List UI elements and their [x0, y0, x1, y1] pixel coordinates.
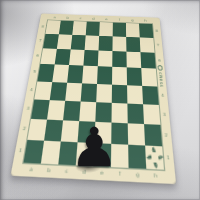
black-pawn: ♟: [70, 123, 106, 175]
black-pawn-glyph: ♟: [70, 116, 118, 179]
square-h7: [140, 38, 155, 53]
coord-label-3: 3: [159, 105, 170, 125]
coord-label-f: f: [113, 16, 126, 23]
coord-label-h: h: [139, 17, 152, 24]
coord-label-a: a: [21, 163, 41, 177]
square-h1: ♞♞♞♞: [145, 145, 164, 169]
coord-label-b: b: [61, 14, 75, 21]
square-g4: [127, 85, 143, 104]
square-f4: [112, 84, 128, 103]
coord-label-d: d: [87, 15, 100, 22]
square-e4: [96, 84, 112, 103]
square-h8: [139, 24, 153, 38]
square-h3: [143, 104, 160, 125]
square-g7: [126, 37, 140, 52]
knight-icon: ♞: [151, 161, 158, 169]
square-e6: [98, 51, 113, 67]
square-c6: [69, 50, 85, 66]
coord-label-b: b: [39, 164, 58, 178]
square-h6: [140, 52, 155, 69]
square-d6: [83, 50, 98, 66]
square-e8: [99, 22, 113, 36]
coord-label-2: 2: [160, 125, 172, 147]
square-h2: [144, 124, 162, 146]
square-g2: [128, 123, 145, 145]
square-f8: [113, 23, 127, 37]
square-f5: [112, 67, 127, 85]
brand-text: chess: [156, 65, 167, 98]
square-g3: [127, 103, 144, 124]
square-h4: [142, 85, 159, 104]
coord-label-g: g: [129, 168, 147, 183]
square-g5: [127, 68, 142, 86]
board-photo-scene: abcdefgh abcdefgh 87654321 87654321 ♞♞♞♞…: [0, 0, 200, 200]
square-g6: [126, 52, 141, 68]
four-knights-emblem: ♞♞♞♞: [145, 145, 164, 169]
square-h5: [141, 68, 157, 86]
square-d7: [85, 35, 100, 50]
square-g8: [126, 23, 140, 37]
brand-logo-icon: [157, 65, 163, 70]
square-c8: [72, 21, 86, 35]
square-e7: [98, 36, 112, 51]
coord-label-h: h: [146, 169, 165, 184]
coord-label-7: 7: [153, 38, 163, 53]
knight-icon: ♞: [156, 154, 163, 161]
coord-label-e: e: [100, 16, 113, 23]
square-d5: [82, 66, 98, 84]
knight-icon: ♞: [145, 153, 152, 160]
square-c4: [65, 82, 82, 101]
square-d8: [86, 22, 100, 36]
coord-label-c: c: [74, 15, 87, 22]
coord-label-8: 8: [152, 24, 161, 38]
square-e5: [97, 67, 112, 85]
knight-icon: ♞: [151, 146, 158, 154]
brand-text-label: chess: [158, 72, 164, 87]
square-d4: [81, 83, 97, 102]
square-c5: [67, 65, 83, 83]
square-f7: [112, 36, 126, 51]
square-c7: [71, 35, 86, 50]
square-f6: [112, 51, 126, 67]
coord-label-a: a: [48, 14, 62, 21]
coord-label-g: g: [126, 17, 139, 24]
